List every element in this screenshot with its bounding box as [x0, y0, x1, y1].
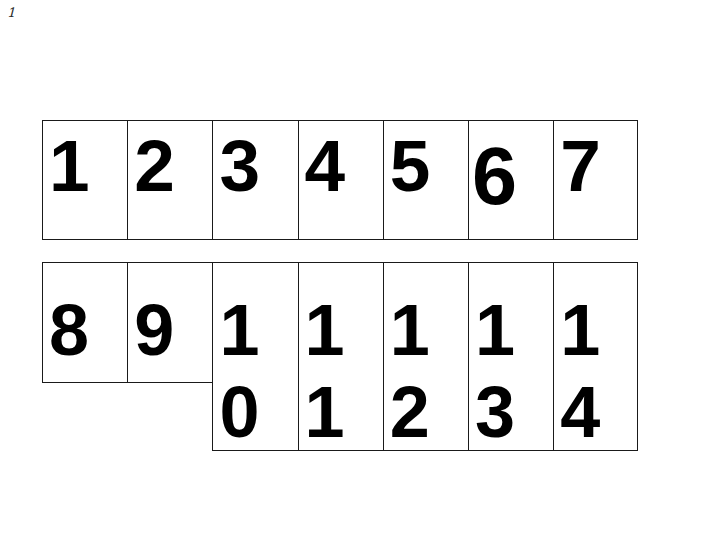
slide-canvas: 1 1 2 3 4 5 6 7 8 9 1 0 1 1 1 2 1 3 1 4	[0, 0, 720, 540]
number-row-top: 1 2 3 4 5 6 7	[42, 120, 638, 240]
number-cell-4: 4	[298, 120, 383, 240]
number-cell-1: 1	[42, 120, 127, 240]
number-cell-13: 1 3	[468, 262, 553, 451]
number-cell-12: 1 2	[383, 262, 468, 451]
number-cell-10: 1 0	[212, 262, 297, 451]
number-cell-2: 2	[127, 120, 212, 240]
number-cell-7: 7	[553, 120, 638, 240]
slide-number: 1	[7, 6, 15, 19]
number-cell-9: 9	[127, 262, 212, 383]
number-cell-6: 6	[468, 120, 553, 240]
number-cell-14: 1 4	[553, 262, 638, 451]
number-cell-8: 8	[42, 262, 127, 383]
number-cell-11: 1 1	[298, 262, 383, 451]
number-cell-5: 5	[383, 120, 468, 240]
number-row-bottom: 8 9 1 0 1 1 1 2 1 3 1 4	[42, 262, 638, 451]
number-cell-3: 3	[212, 120, 297, 240]
